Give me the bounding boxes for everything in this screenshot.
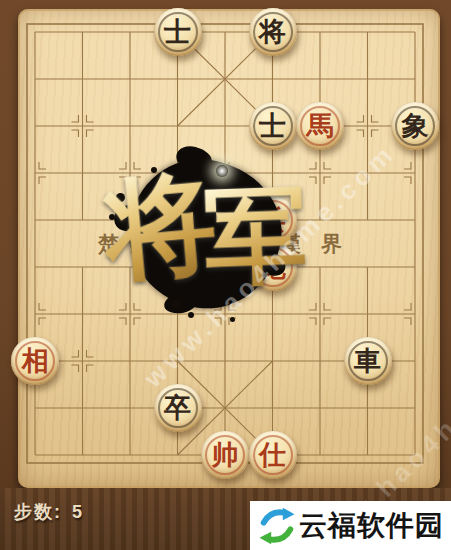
piece-black-advisor-2[interactable]: 士: [249, 102, 297, 150]
ink-dot: [188, 312, 194, 318]
piece-red-advisor[interactable]: 仕: [249, 431, 297, 479]
piece-black-advisor-1[interactable]: 士: [154, 8, 202, 56]
piece-red-general[interactable]: 帅: [201, 431, 249, 479]
swirl-logo-icon: [257, 506, 297, 546]
ink-dot: [172, 299, 182, 309]
xiangqi-board[interactable]: 楚河 漢界 士将士馬象兵炮相車卒帅仕 将 军: [18, 9, 440, 488]
piece-character: 象: [391, 102, 439, 150]
step-counter-label: 步数:: [14, 502, 62, 522]
piece-black-soldier[interactable]: 卒: [154, 384, 202, 432]
step-counter-value: 5: [72, 502, 84, 522]
xiangqi-app-screen: 楚河 漢界 士将士馬象兵炮相車卒帅仕 将 军 www.hao4home.com …: [0, 0, 451, 550]
site-watermark-text: 云福软件园: [299, 507, 444, 545]
site-watermark-logo: 云福软件园: [250, 501, 451, 550]
piece-black-elephant[interactable]: 象: [391, 102, 439, 150]
piece-character: 相: [11, 337, 59, 385]
piece-character: 仕: [249, 431, 297, 479]
piece-character: 卒: [154, 384, 202, 432]
piece-character: 士: [249, 102, 297, 150]
piece-character: 士: [154, 8, 202, 56]
piece-character: 車: [344, 337, 392, 385]
check-character-jun: 军: [202, 183, 310, 291]
sparkle-glow: [216, 165, 228, 177]
piece-red-elephant[interactable]: 相: [11, 337, 59, 385]
piece-black-chariot[interactable]: 車: [344, 337, 392, 385]
piece-character: 馬: [296, 102, 344, 150]
piece-character: 帅: [201, 431, 249, 479]
piece-character: 将: [249, 8, 297, 56]
ink-dot: [230, 317, 235, 322]
piece-black-general[interactable]: 将: [249, 8, 297, 56]
step-counter: 步数:5: [14, 500, 84, 524]
piece-red-horse[interactable]: 馬: [296, 102, 344, 150]
